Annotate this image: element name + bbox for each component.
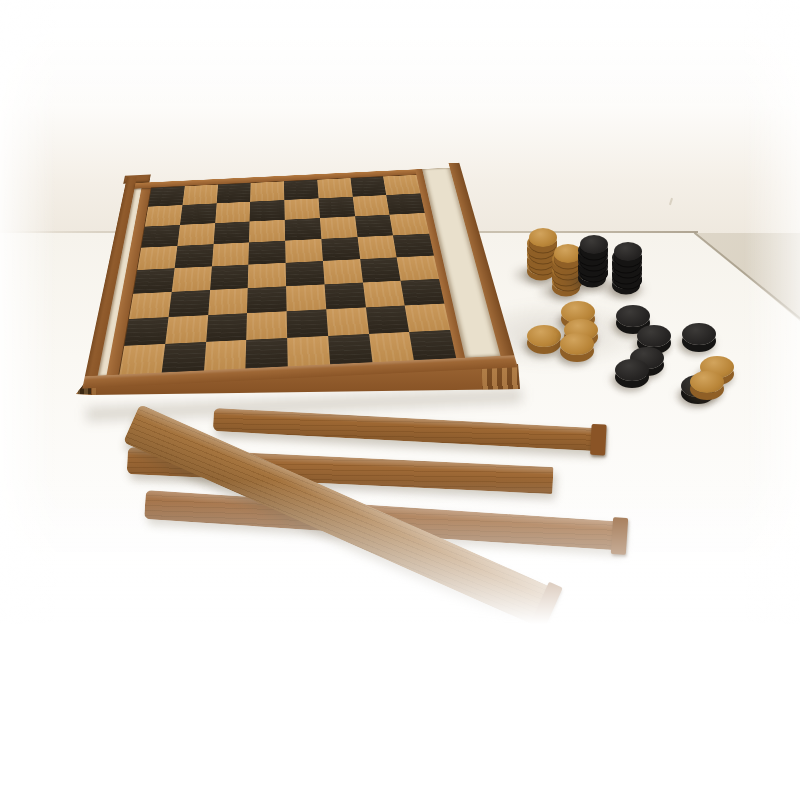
board-square <box>215 202 251 223</box>
board-square <box>383 175 420 195</box>
board-square <box>246 338 288 368</box>
board-square <box>171 266 211 291</box>
board-square <box>161 342 205 373</box>
board-square <box>401 279 445 306</box>
board-square <box>250 200 285 221</box>
board-square <box>286 284 326 311</box>
board-square <box>249 241 286 265</box>
board-square <box>369 332 414 362</box>
board-scene <box>20 90 580 420</box>
board-square <box>352 195 389 216</box>
board-square <box>145 205 182 227</box>
board-square <box>323 259 363 284</box>
board-square <box>119 344 165 375</box>
board-square <box>318 197 354 218</box>
board-square <box>397 256 439 281</box>
board-square <box>133 268 174 294</box>
board-square <box>250 181 284 201</box>
board-square <box>357 235 397 259</box>
product-photo <box>0 0 800 800</box>
board-square <box>211 242 249 266</box>
board-square <box>247 286 286 313</box>
board-square <box>350 176 386 196</box>
board-square <box>285 239 323 263</box>
board-square <box>124 317 168 346</box>
board-square <box>286 261 325 286</box>
checkerboard <box>119 175 456 375</box>
board-square <box>180 203 216 225</box>
board-square <box>284 198 319 219</box>
board-square <box>386 193 424 214</box>
board-square <box>320 216 357 239</box>
board-square <box>208 288 248 315</box>
board-square <box>216 183 251 203</box>
board-square <box>141 225 180 248</box>
board-square <box>326 307 369 335</box>
board-square <box>148 186 184 206</box>
board-square <box>409 330 456 360</box>
board-tray <box>82 167 517 388</box>
board-square <box>321 237 360 261</box>
board-square <box>363 281 405 308</box>
board-square <box>248 263 286 288</box>
board-square <box>355 215 393 237</box>
board-square <box>317 178 352 198</box>
board-square <box>284 180 318 200</box>
board-square <box>174 244 213 268</box>
board-square <box>390 213 429 235</box>
board-square <box>177 223 215 246</box>
board-square <box>168 290 209 317</box>
board-square <box>324 283 365 310</box>
board-square <box>165 315 208 344</box>
board-square <box>287 336 330 366</box>
board-square <box>213 221 250 244</box>
board-square <box>287 309 328 338</box>
board-square <box>360 257 401 282</box>
board-square <box>328 334 372 364</box>
board-square <box>182 185 217 205</box>
board-square <box>405 304 450 332</box>
board-square <box>129 292 172 319</box>
board-square <box>204 340 247 371</box>
board-square <box>246 311 287 340</box>
board-square <box>365 305 409 333</box>
board-square <box>137 246 177 270</box>
board-square <box>210 265 249 290</box>
board-square <box>393 234 434 258</box>
board-square <box>249 220 285 243</box>
board-square <box>285 218 321 241</box>
board-square <box>206 313 247 342</box>
